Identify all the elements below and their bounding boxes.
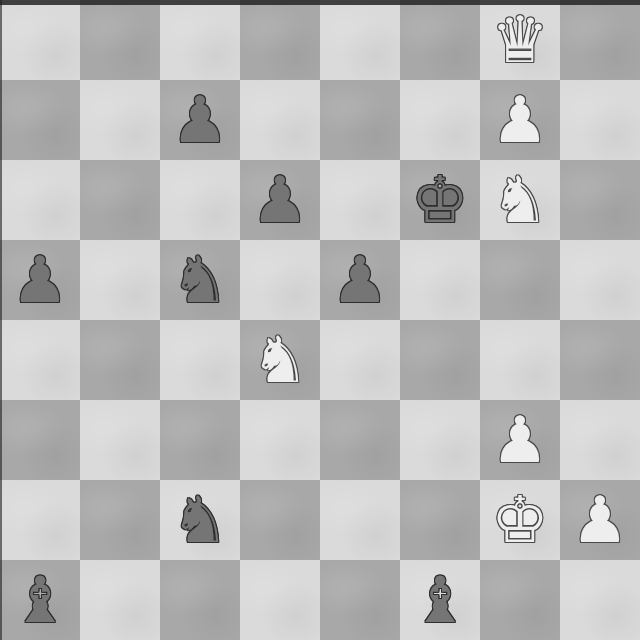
square-f5[interactable]: [400, 240, 480, 320]
black-pawn-c7[interactable]: ♟: [171, 80, 228, 160]
square-e3[interactable]: [320, 400, 400, 480]
square-f4[interactable]: [400, 320, 480, 400]
square-b2[interactable]: [80, 480, 160, 560]
black-knight-c5[interactable]: ♞: [171, 240, 228, 320]
square-d4[interactable]: ♞: [240, 320, 320, 400]
white-queen-g8[interactable]: ♛: [491, 0, 548, 80]
black-bishop-a1[interactable]: ♝: [11, 560, 68, 640]
square-a5[interactable]: ♟: [0, 240, 80, 320]
chess-board-wrap: ♛♟♟♟♚♞♟♞♟♞♟♞♚♟♝♝: [0, 0, 640, 640]
square-d5[interactable]: [240, 240, 320, 320]
photo-edge-left: [0, 0, 2, 640]
white-king-g2[interactable]: ♚: [491, 480, 548, 560]
square-f1[interactable]: ♝: [400, 560, 480, 640]
square-h4[interactable]: [560, 320, 640, 400]
black-pawn-d6[interactable]: ♟: [251, 160, 308, 240]
black-knight-c2[interactable]: ♞: [171, 480, 228, 560]
square-c8[interactable]: [160, 0, 240, 80]
square-f3[interactable]: [400, 400, 480, 480]
square-c6[interactable]: [160, 160, 240, 240]
square-f2[interactable]: [400, 480, 480, 560]
square-c4[interactable]: [160, 320, 240, 400]
white-pawn-g3[interactable]: ♟: [491, 400, 548, 480]
photo-edge-top: [0, 0, 640, 5]
square-a3[interactable]: [0, 400, 80, 480]
square-d8[interactable]: [240, 0, 320, 80]
square-a4[interactable]: [0, 320, 80, 400]
square-b8[interactable]: [80, 0, 160, 80]
white-knight-d4[interactable]: ♞: [251, 320, 308, 400]
square-e5[interactable]: ♟: [320, 240, 400, 320]
square-h5[interactable]: [560, 240, 640, 320]
square-g5[interactable]: [480, 240, 560, 320]
square-c3[interactable]: [160, 400, 240, 480]
black-king-f6[interactable]: ♚: [411, 160, 468, 240]
square-g4[interactable]: [480, 320, 560, 400]
square-d2[interactable]: [240, 480, 320, 560]
white-pawn-h2[interactable]: ♟: [571, 480, 628, 560]
square-b7[interactable]: [80, 80, 160, 160]
white-knight-g6[interactable]: ♞: [491, 160, 548, 240]
square-f7[interactable]: [400, 80, 480, 160]
square-g2[interactable]: ♚: [480, 480, 560, 560]
black-pawn-e5[interactable]: ♟: [331, 240, 388, 320]
black-pawn-a5[interactable]: ♟: [11, 240, 68, 320]
square-h3[interactable]: [560, 400, 640, 480]
square-h1[interactable]: [560, 560, 640, 640]
square-f8[interactable]: [400, 0, 480, 80]
black-bishop-f1[interactable]: ♝: [411, 560, 468, 640]
chess-board: ♛♟♟♟♚♞♟♞♟♞♟♞♚♟♝♝: [0, 0, 640, 640]
square-g8[interactable]: ♛: [480, 0, 560, 80]
square-c2[interactable]: ♞: [160, 480, 240, 560]
square-f6[interactable]: ♚: [400, 160, 480, 240]
square-e1[interactable]: [320, 560, 400, 640]
square-e4[interactable]: [320, 320, 400, 400]
square-b5[interactable]: [80, 240, 160, 320]
square-e7[interactable]: [320, 80, 400, 160]
white-pawn-g7[interactable]: ♟: [491, 80, 548, 160]
square-e8[interactable]: [320, 0, 400, 80]
square-h7[interactable]: [560, 80, 640, 160]
square-a8[interactable]: [0, 0, 80, 80]
square-c1[interactable]: [160, 560, 240, 640]
square-h6[interactable]: [560, 160, 640, 240]
square-d1[interactable]: [240, 560, 320, 640]
square-g1[interactable]: [480, 560, 560, 640]
square-e2[interactable]: [320, 480, 400, 560]
square-a6[interactable]: [0, 160, 80, 240]
square-g6[interactable]: ♞: [480, 160, 560, 240]
square-h8[interactable]: [560, 0, 640, 80]
square-d3[interactable]: [240, 400, 320, 480]
square-c7[interactable]: ♟: [160, 80, 240, 160]
square-g7[interactable]: ♟: [480, 80, 560, 160]
square-a7[interactable]: [0, 80, 80, 160]
square-g3[interactable]: ♟: [480, 400, 560, 480]
square-c5[interactable]: ♞: [160, 240, 240, 320]
square-d7[interactable]: [240, 80, 320, 160]
square-b1[interactable]: [80, 560, 160, 640]
square-a1[interactable]: ♝: [0, 560, 80, 640]
square-a2[interactable]: [0, 480, 80, 560]
square-h2[interactable]: ♟: [560, 480, 640, 560]
square-b4[interactable]: [80, 320, 160, 400]
square-d6[interactable]: ♟: [240, 160, 320, 240]
square-b6[interactable]: [80, 160, 160, 240]
square-b3[interactable]: [80, 400, 160, 480]
square-e6[interactable]: [320, 160, 400, 240]
